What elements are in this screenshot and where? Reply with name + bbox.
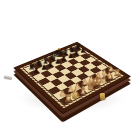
- metal-hinge-pin-icon: [4, 75, 12, 80]
- chess-set-photo: ♜♞♝♛♚♝♞♜♟♟♟♟♟♟♟♟♟♟♟♟♟♟♟♟♜♞♝♛♚♝♞♜: [0, 0, 140, 140]
- brass-clasp-icon: [100, 93, 106, 100]
- square-e3: [76, 73, 88, 80]
